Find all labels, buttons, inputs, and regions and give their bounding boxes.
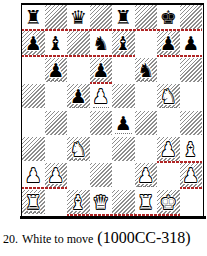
- piece-white-knight-g5: ♞: [160, 84, 177, 108]
- cell-c3: ♞: [67, 137, 90, 163]
- piece-white-pawn-d5: ♟: [92, 84, 109, 108]
- square-f1: ♜: [135, 190, 158, 214]
- cell-c5: ♟: [67, 84, 90, 110]
- cell-g5: ♞: [157, 84, 180, 110]
- cell-a5: [22, 84, 45, 110]
- square-d6: ♟: [90, 58, 113, 82]
- red-squiggle-3: [90, 80, 113, 84]
- square-e1: [112, 190, 135, 214]
- square-f3: [135, 137, 158, 161]
- square-a1: ♜: [22, 190, 45, 214]
- cell-a1: ♜: [22, 190, 45, 216]
- piece-white-knight-c3: ♞: [70, 137, 87, 161]
- cell-b5: [45, 84, 68, 110]
- caption: 20. White to move (1000CC-318): [3, 229, 203, 247]
- piece-white-pawn-b2: ♟: [47, 163, 64, 187]
- cell-d4: [90, 111, 113, 137]
- cell-e5: [112, 84, 135, 110]
- square-g4: [157, 111, 180, 135]
- cell-g2: [157, 163, 180, 189]
- red-squiggle-2: [157, 53, 202, 57]
- square-e8: ♜: [112, 5, 135, 29]
- square-g1: ♚: [157, 190, 180, 214]
- square-a8: ♜: [22, 5, 45, 29]
- square-f8: [135, 5, 158, 29]
- square-c7: [67, 31, 90, 55]
- square-d4: [90, 111, 113, 135]
- square-h4: [180, 111, 203, 135]
- cell-f4: [135, 111, 158, 137]
- piece-white-king-g1: ♚: [160, 190, 177, 214]
- square-e6: [112, 58, 135, 82]
- square-a6: [22, 58, 45, 82]
- piece-black-pawn-h7: ♟: [182, 31, 199, 55]
- square-e5: [112, 84, 135, 108]
- piece-white-pawn-h2: ♟: [182, 163, 199, 187]
- cell-b1: [45, 190, 68, 216]
- square-a3: [22, 137, 45, 161]
- piece-black-knight-d7: ♞: [92, 31, 109, 55]
- piece-white-pawn-a2: ♟: [25, 163, 42, 187]
- square-d8: [90, 5, 113, 29]
- square-d1: ♛: [90, 190, 113, 214]
- red-squiggle-0: [22, 27, 202, 31]
- piece-black-pawn-b6: ♟: [47, 58, 64, 82]
- piece-white-bishop-h3: ♝: [182, 137, 199, 161]
- square-h6: [180, 58, 203, 82]
- cell-d3: [90, 137, 113, 163]
- cell-e3: [112, 137, 135, 163]
- cell-b4: [45, 111, 68, 137]
- cell-h4: [180, 111, 203, 137]
- chess-diagram: ♜♛♜♚♟♝♞♝♟♟♟♟♞♟♟♞♟♞♟♝♟♟♟♟♜♝♛♜♚ 20. White …: [0, 0, 207, 256]
- square-g3: ♟: [157, 137, 180, 161]
- board-border-right: [203, 3, 204, 217]
- cell-c2: [67, 163, 90, 189]
- square-d3: [90, 137, 113, 161]
- square-e4: ♟: [112, 111, 135, 135]
- piece-black-pawn-e4: ♟: [115, 111, 132, 135]
- square-c4: [67, 111, 90, 135]
- cell-b3: [45, 137, 68, 163]
- cell-f5: [135, 84, 158, 110]
- cell-h1: [180, 190, 203, 216]
- cell-h5: [180, 84, 203, 110]
- cell-h6: [180, 58, 203, 84]
- square-g7: ♟: [157, 31, 180, 55]
- cell-a4: [22, 111, 45, 137]
- piece-black-rook-e8: ♜: [115, 5, 132, 29]
- caption-move-number: 20.: [3, 232, 18, 246]
- square-c6: [67, 58, 90, 82]
- square-e7: ♝: [112, 31, 135, 55]
- piece-white-rook-f1: ♜: [137, 190, 154, 214]
- piece-black-pawn-c5: ♟: [70, 84, 87, 108]
- square-d2: [90, 163, 113, 187]
- caption-text: White to move: [22, 232, 93, 246]
- square-h5: [180, 84, 203, 108]
- piece-white-queen-d1: ♛: [92, 190, 109, 214]
- cell-f3: [135, 137, 158, 163]
- red-squiggle-1: [22, 53, 135, 57]
- cell-f2: ♟: [135, 163, 158, 189]
- square-b5: [45, 84, 68, 108]
- square-e2: [112, 163, 135, 187]
- caption-source: (1000CC-318): [97, 229, 190, 246]
- cell-a3: [22, 137, 45, 163]
- square-f4: [135, 111, 158, 135]
- square-c5: ♟: [67, 84, 90, 108]
- square-a2: ♟: [22, 163, 45, 187]
- square-b4: [45, 111, 68, 135]
- cell-a6: [22, 58, 45, 84]
- piece-black-bishop-e7: ♝: [115, 31, 132, 55]
- square-d5: ♟: [90, 84, 113, 108]
- piece-black-knight-f6: ♞: [137, 58, 154, 82]
- square-a5: [22, 84, 45, 108]
- square-h8: [180, 5, 203, 29]
- square-b7: ♝: [45, 31, 68, 55]
- piece-white-rook-a1: ♜: [25, 190, 42, 214]
- piece-white-pawn-f2: ♟: [137, 163, 154, 187]
- square-d7: ♞: [90, 31, 113, 55]
- square-e3: [112, 137, 135, 161]
- square-b3: [45, 137, 68, 161]
- square-b1: [45, 190, 68, 214]
- cell-e4: ♟: [112, 111, 135, 137]
- piece-black-king-g8: ♚: [160, 5, 177, 29]
- red-squiggle-7: [67, 212, 180, 216]
- piece-black-pawn-g7: ♟: [160, 31, 177, 55]
- square-a4: [22, 111, 45, 135]
- square-b2: ♟: [45, 163, 68, 187]
- cell-g6: [157, 58, 180, 84]
- square-h2: ♟: [180, 163, 203, 187]
- red-squiggle-4: [157, 159, 202, 163]
- square-c8: ♛: [67, 5, 90, 29]
- board-border-bottom: [20, 216, 206, 219]
- board: ♜♛♜♚♟♝♞♝♟♟♟♟♞♟♟♞♟♞♟♝♟♟♟♟♜♝♛♜♚: [22, 5, 202, 216]
- piece-white-bishop-c1: ♝: [70, 190, 87, 214]
- cell-d5: ♟: [90, 84, 113, 110]
- square-g2: [157, 163, 180, 187]
- cell-f6: ♞: [135, 58, 158, 84]
- square-h1: [180, 190, 203, 214]
- square-c1: ♝: [67, 190, 90, 214]
- square-f6: ♞: [135, 58, 158, 82]
- cell-c4: [67, 111, 90, 137]
- piece-white-pawn-g3: ♟: [160, 137, 177, 161]
- piece-black-pawn-d6: ♟: [92, 58, 109, 82]
- cell-d2: [90, 163, 113, 189]
- square-a7: ♟: [22, 31, 45, 55]
- square-g8: ♚: [157, 5, 180, 29]
- square-g5: ♞: [157, 84, 180, 108]
- cell-g4: [157, 111, 180, 137]
- square-f5: [135, 84, 158, 108]
- cell-f7: [135, 31, 158, 57]
- piece-black-bishop-b7: ♝: [47, 31, 64, 55]
- square-h3: ♝: [180, 137, 203, 161]
- piece-black-rook-a8: ♜: [25, 5, 42, 29]
- piece-black-pawn-a7: ♟: [25, 31, 42, 55]
- piece-black-queen-c8: ♛: [70, 5, 87, 29]
- cell-c6: [67, 58, 90, 84]
- red-squiggle-5: [22, 185, 67, 189]
- cell-b6: ♟: [45, 58, 68, 84]
- square-h7: ♟: [180, 31, 203, 55]
- square-c3: ♞: [67, 137, 90, 161]
- square-b8: [45, 5, 68, 29]
- cell-e2: [112, 163, 135, 189]
- square-b6: ♟: [45, 58, 68, 82]
- square-f7: [135, 31, 158, 55]
- square-g6: [157, 58, 180, 82]
- square-c2: [67, 163, 90, 187]
- cell-e6: [112, 58, 135, 84]
- red-squiggle-6: [180, 185, 203, 189]
- square-f2: ♟: [135, 163, 158, 187]
